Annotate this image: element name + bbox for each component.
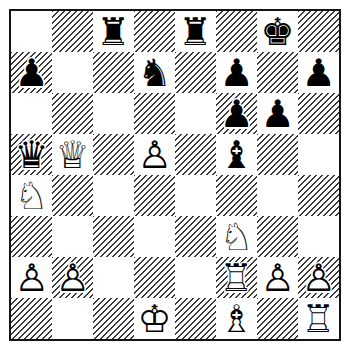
piece-glyph: ♙ xyxy=(52,257,93,298)
piece-white-pawn-icon: ♟♙ xyxy=(257,257,298,298)
piece-white-pawn-icon: ♟♙ xyxy=(11,257,52,298)
square-h5[interactable] xyxy=(298,134,339,175)
square-a1[interactable] xyxy=(11,298,52,339)
square-a6[interactable] xyxy=(11,93,52,134)
piece-glyph: ♜ xyxy=(93,11,134,52)
square-g2[interactable]: ♟♙ xyxy=(257,257,298,298)
square-d5[interactable]: ♟♙ xyxy=(134,134,175,175)
piece-black-king-icon: ♚♚ xyxy=(257,11,298,52)
square-a2[interactable]: ♟♙ xyxy=(11,257,52,298)
square-b7[interactable] xyxy=(52,52,93,93)
square-h6[interactable] xyxy=(298,93,339,134)
piece-glyph: ♗ xyxy=(216,298,257,339)
piece-white-pawn-icon: ♟♙ xyxy=(134,134,175,175)
piece-white-king-icon: ♚♔ xyxy=(134,298,175,339)
square-c5[interactable] xyxy=(93,134,134,175)
square-f3[interactable]: ♞♘ xyxy=(216,216,257,257)
piece-black-pawn-icon: ♟♟ xyxy=(216,93,257,134)
square-f8[interactable] xyxy=(216,11,257,52)
square-g5[interactable] xyxy=(257,134,298,175)
square-a5[interactable]: ♛♛ xyxy=(11,134,52,175)
piece-black-rook-icon: ♜♜ xyxy=(175,11,216,52)
piece-glyph: ♟ xyxy=(257,93,298,134)
piece-white-queen-icon: ♛♕ xyxy=(52,134,93,175)
piece-glyph: ♙ xyxy=(257,257,298,298)
square-h8[interactable] xyxy=(298,11,339,52)
square-g1[interactable] xyxy=(257,298,298,339)
square-a7[interactable]: ♟♟ xyxy=(11,52,52,93)
square-h4[interactable] xyxy=(298,175,339,216)
square-e8[interactable]: ♜♜ xyxy=(175,11,216,52)
square-d7[interactable]: ♞♞ xyxy=(134,52,175,93)
square-b5[interactable]: ♛♕ xyxy=(52,134,93,175)
square-e1[interactable] xyxy=(175,298,216,339)
piece-glyph: ♛ xyxy=(11,134,52,175)
square-b6[interactable] xyxy=(52,93,93,134)
piece-glyph: ♙ xyxy=(11,257,52,298)
square-b3[interactable] xyxy=(52,216,93,257)
square-a4[interactable]: ♞♘ xyxy=(11,175,52,216)
square-f4[interactable] xyxy=(216,175,257,216)
square-g8[interactable]: ♚♚ xyxy=(257,11,298,52)
piece-glyph: ♙ xyxy=(298,257,339,298)
chess-diagram: ♜♜♜♜♚♚♟♟♞♞♟♟♟♟♟♟♟♟♛♛♛♕♟♙♝♝♞♘♞♘♟♙♟♙♜♖♟♙♟♙… xyxy=(0,0,350,350)
square-h1[interactable]: ♜♖ xyxy=(298,298,339,339)
piece-black-queen-icon: ♛♛ xyxy=(11,134,52,175)
square-f2[interactable]: ♜♖ xyxy=(216,257,257,298)
square-f1[interactable]: ♝♗ xyxy=(216,298,257,339)
piece-glyph: ♟ xyxy=(298,52,339,93)
piece-glyph: ♜ xyxy=(175,11,216,52)
square-a8[interactable] xyxy=(11,11,52,52)
piece-white-knight-icon: ♞♘ xyxy=(11,175,52,216)
square-g4[interactable] xyxy=(257,175,298,216)
piece-glyph: ♟ xyxy=(216,52,257,93)
square-e3[interactable] xyxy=(175,216,216,257)
piece-glyph: ♝ xyxy=(216,134,257,175)
square-c4[interactable] xyxy=(93,175,134,216)
piece-glyph: ♔ xyxy=(134,298,175,339)
piece-white-pawn-icon: ♟♙ xyxy=(298,257,339,298)
square-f5[interactable]: ♝♝ xyxy=(216,134,257,175)
piece-glyph: ♖ xyxy=(216,257,257,298)
square-h7[interactable]: ♟♟ xyxy=(298,52,339,93)
square-g3[interactable] xyxy=(257,216,298,257)
piece-glyph: ♟ xyxy=(216,93,257,134)
square-e7[interactable] xyxy=(175,52,216,93)
square-d8[interactable] xyxy=(134,11,175,52)
piece-black-pawn-icon: ♟♟ xyxy=(216,52,257,93)
square-b4[interactable] xyxy=(52,175,93,216)
piece-glyph: ♟ xyxy=(11,52,52,93)
piece-white-pawn-icon: ♟♙ xyxy=(52,257,93,298)
piece-glyph: ♞ xyxy=(134,52,175,93)
square-c8[interactable]: ♜♜ xyxy=(93,11,134,52)
square-a3[interactable] xyxy=(11,216,52,257)
square-b2[interactable]: ♟♙ xyxy=(52,257,93,298)
piece-black-pawn-icon: ♟♟ xyxy=(298,52,339,93)
square-d3[interactable] xyxy=(134,216,175,257)
piece-glyph: ♘ xyxy=(216,216,257,257)
square-c2[interactable] xyxy=(93,257,134,298)
piece-white-bishop-icon: ♝♗ xyxy=(216,298,257,339)
piece-glyph: ♘ xyxy=(11,175,52,216)
piece-black-knight-icon: ♞♞ xyxy=(134,52,175,93)
piece-glyph: ♖ xyxy=(298,298,339,339)
square-f6[interactable]: ♟♟ xyxy=(216,93,257,134)
square-c6[interactable] xyxy=(93,93,134,134)
piece-white-knight-icon: ♞♘ xyxy=(216,216,257,257)
square-b8[interactable] xyxy=(52,11,93,52)
square-g6[interactable]: ♟♟ xyxy=(257,93,298,134)
square-c7[interactable] xyxy=(93,52,134,93)
piece-white-rook-icon: ♜♖ xyxy=(298,298,339,339)
piece-black-rook-icon: ♜♜ xyxy=(93,11,134,52)
square-e6[interactable] xyxy=(175,93,216,134)
chess-board: ♜♜♜♜♚♚♟♟♞♞♟♟♟♟♟♟♟♟♛♛♛♕♟♙♝♝♞♘♞♘♟♙♟♙♜♖♟♙♟♙… xyxy=(9,9,341,341)
square-d2[interactable] xyxy=(134,257,175,298)
square-g7[interactable] xyxy=(257,52,298,93)
square-e4[interactable] xyxy=(175,175,216,216)
piece-glyph: ♙ xyxy=(134,134,175,175)
square-h3[interactable] xyxy=(298,216,339,257)
piece-white-rook-icon: ♜♖ xyxy=(216,257,257,298)
square-d1[interactable]: ♚♔ xyxy=(134,298,175,339)
piece-glyph: ♚ xyxy=(257,11,298,52)
square-e2[interactable] xyxy=(175,257,216,298)
square-c1[interactable] xyxy=(93,298,134,339)
piece-black-pawn-icon: ♟♟ xyxy=(11,52,52,93)
square-c3[interactable] xyxy=(93,216,134,257)
square-f7[interactable]: ♟♟ xyxy=(216,52,257,93)
square-d4[interactable] xyxy=(134,175,175,216)
piece-black-bishop-icon: ♝♝ xyxy=(216,134,257,175)
square-e5[interactable] xyxy=(175,134,216,175)
piece-black-pawn-icon: ♟♟ xyxy=(257,93,298,134)
piece-glyph: ♕ xyxy=(52,134,93,175)
square-b1[interactable] xyxy=(52,298,93,339)
square-h2[interactable]: ♟♙ xyxy=(298,257,339,298)
square-d6[interactable] xyxy=(134,93,175,134)
